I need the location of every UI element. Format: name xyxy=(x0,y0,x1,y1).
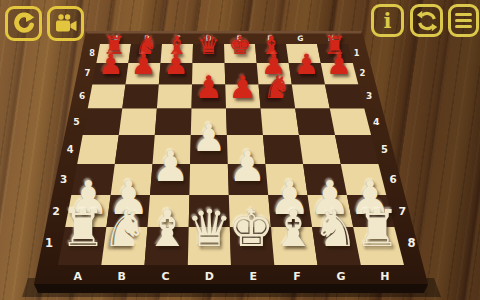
file-label-bottom-A: A xyxy=(74,270,83,283)
rank-label-left-6: 6 xyxy=(79,91,85,101)
rank-label-right-1: 8 xyxy=(408,236,416,250)
rank-label-left-1: 1 xyxy=(45,236,53,250)
square-g6[interactable] xyxy=(292,85,330,109)
square-g5[interactable] xyxy=(295,109,335,136)
file-label-top-G: G xyxy=(297,34,303,43)
info-icon: i xyxy=(384,10,392,31)
piece-white-pawn-d4[interactable]: ♟ xyxy=(192,119,226,157)
file-label-bottom-G: G xyxy=(336,270,345,283)
square-g4[interactable] xyxy=(299,135,341,164)
rank-label-left-5: 5 xyxy=(73,116,80,127)
piece-red-queen-d8[interactable]: ♛ xyxy=(197,33,220,58)
file-label-bottom-C: C xyxy=(162,270,170,283)
square-b6[interactable] xyxy=(122,85,159,109)
piece-red-pawn-a7[interactable]: ♟ xyxy=(98,51,123,79)
piece-red-pawn-b7[interactable]: ♟ xyxy=(131,51,156,79)
game-screen: ABCDEFGHABCDEFGH8172635445362718 ♜♞♝♛♚♝♜… xyxy=(0,0,480,300)
square-f5[interactable] xyxy=(261,109,299,136)
rank-label-left-2: 2 xyxy=(52,205,60,218)
piece-white-pawn-c3[interactable]: ♟ xyxy=(152,146,190,188)
square-e5[interactable] xyxy=(226,109,263,136)
piece-white-bishop-f1[interactable]: ♝ xyxy=(270,203,316,254)
square-a6[interactable] xyxy=(88,85,126,109)
square-a4[interactable] xyxy=(77,135,119,164)
piece-red-pawn-g7[interactable]: ♟ xyxy=(294,51,319,79)
piece-red-pawn-h7[interactable]: ♟ xyxy=(326,51,351,79)
piece-white-king-e1[interactable]: ♚ xyxy=(228,203,274,254)
square-a5[interactable] xyxy=(83,109,123,136)
menu-button[interactable] xyxy=(448,4,479,37)
piece-white-rook-h1[interactable]: ♜ xyxy=(355,203,401,254)
piece-red-knight-f6[interactable]: ♞ xyxy=(263,72,291,103)
rank-label-right-4: 5 xyxy=(381,144,388,155)
piece-red-pawn-d6[interactable]: ♟ xyxy=(195,72,223,103)
piece-red-pawn-e6[interactable]: ♟ xyxy=(229,72,257,103)
piece-white-knight-g1[interactable]: ♞ xyxy=(313,203,359,254)
file-label-bottom-F: F xyxy=(293,270,301,283)
file-label-bottom-B: B xyxy=(118,270,126,283)
file-label-bottom-D: D xyxy=(205,270,214,283)
rank-label-left-3: 3 xyxy=(60,173,67,185)
rank-label-left-7: 7 xyxy=(84,68,90,78)
square-h4[interactable] xyxy=(335,135,378,164)
square-c6[interactable] xyxy=(157,85,192,109)
frame-highlight xyxy=(86,31,362,34)
restart-button[interactable] xyxy=(410,4,443,37)
rank-label-right-7: 2 xyxy=(359,68,365,78)
video-camera-icon xyxy=(54,13,78,35)
piece-white-knight-b1[interactable]: ♞ xyxy=(102,203,148,254)
square-b4[interactable] xyxy=(115,135,155,164)
rank-label-right-8: 1 xyxy=(354,48,360,58)
rotate-left-icon xyxy=(12,12,35,35)
piece-white-pawn-e3[interactable]: ♟ xyxy=(229,146,267,188)
square-h6[interactable] xyxy=(325,85,364,109)
undo-button[interactable] xyxy=(5,6,42,41)
square-h5[interactable] xyxy=(330,109,371,136)
piece-white-rook-a1[interactable]: ♜ xyxy=(60,203,106,254)
square-c5[interactable] xyxy=(155,109,192,136)
record-button[interactable] xyxy=(47,6,84,41)
file-label-bottom-E: E xyxy=(250,270,258,283)
rank-label-right-6: 3 xyxy=(366,91,372,101)
hamburger-icon xyxy=(455,13,472,29)
board-edge-thickness xyxy=(34,284,428,293)
square-b5[interactable] xyxy=(119,109,157,136)
square-f4[interactable] xyxy=(263,135,303,164)
square-d3[interactable] xyxy=(189,164,228,195)
piece-white-queen-d1[interactable]: ♛ xyxy=(186,203,232,254)
file-label-bottom-H: H xyxy=(380,270,389,283)
rank-label-left-8: 8 xyxy=(89,48,95,58)
piece-white-bishop-c1[interactable]: ♝ xyxy=(144,203,190,254)
rank-label-right-5: 4 xyxy=(373,116,380,127)
piece-red-pawn-c7[interactable]: ♟ xyxy=(163,51,188,79)
info-button[interactable]: i xyxy=(371,4,404,37)
rank-label-left-4: 4 xyxy=(67,144,74,155)
refresh-icon xyxy=(416,10,438,32)
piece-red-king-e8[interactable]: ♚ xyxy=(229,33,252,58)
